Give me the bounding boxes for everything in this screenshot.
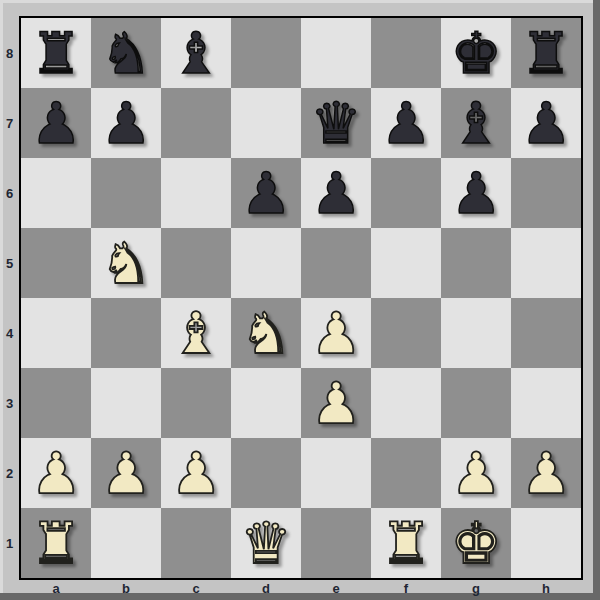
piece-black-bishop[interactable]: ♝ bbox=[450, 95, 501, 152]
rank-label-4: 4 bbox=[0, 298, 19, 368]
square-b1[interactable] bbox=[91, 508, 161, 578]
square-g2[interactable]: ♟ bbox=[441, 438, 511, 508]
square-c4[interactable]: ♝ bbox=[161, 298, 231, 368]
square-c6[interactable] bbox=[161, 158, 231, 228]
square-e5[interactable] bbox=[301, 228, 371, 298]
square-b8[interactable]: ♞ bbox=[91, 18, 161, 88]
square-a7[interactable]: ♟ bbox=[21, 88, 91, 158]
square-a8[interactable]: ♜ bbox=[21, 18, 91, 88]
square-e1[interactable] bbox=[301, 508, 371, 578]
square-d8[interactable] bbox=[231, 18, 301, 88]
square-e3[interactable]: ♟ bbox=[301, 368, 371, 438]
file-label-b: b bbox=[91, 580, 161, 597]
square-g5[interactable] bbox=[441, 228, 511, 298]
square-c3[interactable] bbox=[161, 368, 231, 438]
square-c7[interactable] bbox=[161, 88, 231, 158]
piece-black-queen[interactable]: ♛ bbox=[310, 95, 361, 152]
square-h6[interactable] bbox=[511, 158, 581, 228]
frame-shadow-right bbox=[593, 0, 600, 600]
frame-highlight-top bbox=[0, 0, 600, 3]
square-b5[interactable]: ♞ bbox=[91, 228, 161, 298]
square-e7[interactable]: ♛ bbox=[301, 88, 371, 158]
chess-board-window: 87654321 ♜♞♝♚♜♟♟♛♟♝♟♟♟♟♞♝♞♟♟♟♟♟♟♟♜♛♜♚ ab… bbox=[0, 0, 600, 600]
square-g3[interactable] bbox=[441, 368, 511, 438]
piece-black-pawn[interactable]: ♟ bbox=[30, 95, 81, 152]
square-c8[interactable]: ♝ bbox=[161, 18, 231, 88]
file-label-c: c bbox=[161, 580, 231, 597]
piece-white-pawn[interactable]: ♟ bbox=[520, 445, 571, 502]
piece-white-pawn[interactable]: ♟ bbox=[310, 375, 361, 432]
square-c5[interactable] bbox=[161, 228, 231, 298]
piece-white-rook[interactable]: ♜ bbox=[380, 515, 431, 572]
piece-white-bishop[interactable]: ♝ bbox=[170, 305, 221, 362]
square-a5[interactable] bbox=[21, 228, 91, 298]
rank-label-2: 2 bbox=[0, 438, 19, 508]
piece-white-pawn[interactable]: ♟ bbox=[100, 445, 151, 502]
square-a4[interactable] bbox=[21, 298, 91, 368]
piece-black-pawn[interactable]: ♟ bbox=[380, 95, 431, 152]
chess-board[interactable]: ♜♞♝♚♜♟♟♛♟♝♟♟♟♟♞♝♞♟♟♟♟♟♟♟♜♛♜♚ bbox=[19, 16, 583, 580]
square-a3[interactable] bbox=[21, 368, 91, 438]
square-g8[interactable]: ♚ bbox=[441, 18, 511, 88]
square-h7[interactable]: ♟ bbox=[511, 88, 581, 158]
square-g7[interactable]: ♝ bbox=[441, 88, 511, 158]
piece-white-pawn[interactable]: ♟ bbox=[30, 445, 81, 502]
square-f5[interactable] bbox=[371, 228, 441, 298]
square-h4[interactable] bbox=[511, 298, 581, 368]
file-label-f: f bbox=[371, 580, 441, 597]
square-b4[interactable] bbox=[91, 298, 161, 368]
rank-label-5: 5 bbox=[0, 228, 19, 298]
square-d4[interactable]: ♞ bbox=[231, 298, 301, 368]
rank-labels: 87654321 bbox=[0, 18, 19, 578]
square-g4[interactable] bbox=[441, 298, 511, 368]
piece-black-rook[interactable]: ♜ bbox=[520, 25, 571, 82]
square-a6[interactable] bbox=[21, 158, 91, 228]
square-d3[interactable] bbox=[231, 368, 301, 438]
square-d5[interactable] bbox=[231, 228, 301, 298]
square-b6[interactable] bbox=[91, 158, 161, 228]
square-h1[interactable] bbox=[511, 508, 581, 578]
piece-white-pawn[interactable]: ♟ bbox=[170, 445, 221, 502]
piece-white-king[interactable]: ♚ bbox=[450, 515, 501, 572]
square-a2[interactable]: ♟ bbox=[21, 438, 91, 508]
file-label-e: e bbox=[301, 580, 371, 597]
file-label-h: h bbox=[511, 580, 581, 597]
square-g6[interactable]: ♟ bbox=[441, 158, 511, 228]
square-e8[interactable] bbox=[301, 18, 371, 88]
square-f6[interactable] bbox=[371, 158, 441, 228]
piece-black-rook[interactable]: ♜ bbox=[30, 25, 81, 82]
piece-black-king[interactable]: ♚ bbox=[450, 25, 501, 82]
piece-black-pawn[interactable]: ♟ bbox=[240, 165, 291, 222]
rank-label-8: 8 bbox=[0, 18, 19, 88]
square-f3[interactable] bbox=[371, 368, 441, 438]
square-h3[interactable] bbox=[511, 368, 581, 438]
square-b2[interactable]: ♟ bbox=[91, 438, 161, 508]
rank-label-1: 1 bbox=[0, 508, 19, 578]
file-label-a: a bbox=[21, 580, 91, 597]
square-d2[interactable] bbox=[231, 438, 301, 508]
piece-white-pawn[interactable]: ♟ bbox=[310, 305, 361, 362]
square-c1[interactable] bbox=[161, 508, 231, 578]
rank-label-6: 6 bbox=[0, 158, 19, 228]
square-d6[interactable]: ♟ bbox=[231, 158, 301, 228]
square-a1[interactable]: ♜ bbox=[21, 508, 91, 578]
piece-white-knight[interactable]: ♞ bbox=[240, 305, 291, 362]
square-g1[interactable]: ♚ bbox=[441, 508, 511, 578]
rank-label-7: 7 bbox=[0, 88, 19, 158]
square-h5[interactable] bbox=[511, 228, 581, 298]
square-h8[interactable]: ♜ bbox=[511, 18, 581, 88]
piece-white-queen[interactable]: ♛ bbox=[240, 515, 291, 572]
square-d1[interactable]: ♛ bbox=[231, 508, 301, 578]
square-f2[interactable] bbox=[371, 438, 441, 508]
rank-label-3: 3 bbox=[0, 368, 19, 438]
piece-black-pawn[interactable]: ♟ bbox=[310, 165, 361, 222]
piece-white-rook[interactable]: ♜ bbox=[30, 515, 81, 572]
square-e6[interactable]: ♟ bbox=[301, 158, 371, 228]
square-f8[interactable] bbox=[371, 18, 441, 88]
square-b3[interactable] bbox=[91, 368, 161, 438]
piece-white-pawn[interactable]: ♟ bbox=[450, 445, 501, 502]
square-h2[interactable]: ♟ bbox=[511, 438, 581, 508]
square-b7[interactable]: ♟ bbox=[91, 88, 161, 158]
piece-black-pawn[interactable]: ♟ bbox=[100, 95, 151, 152]
square-f1[interactable]: ♜ bbox=[371, 508, 441, 578]
square-e4[interactable]: ♟ bbox=[301, 298, 371, 368]
piece-black-pawn[interactable]: ♟ bbox=[520, 95, 571, 152]
piece-white-knight[interactable]: ♞ bbox=[100, 235, 151, 292]
square-c2[interactable]: ♟ bbox=[161, 438, 231, 508]
square-d7[interactable] bbox=[231, 88, 301, 158]
file-labels: abcdefgh bbox=[21, 580, 581, 597]
piece-black-bishop[interactable]: ♝ bbox=[170, 25, 221, 82]
piece-black-pawn[interactable]: ♟ bbox=[450, 165, 501, 222]
piece-black-knight[interactable]: ♞ bbox=[100, 25, 151, 82]
square-e2[interactable] bbox=[301, 438, 371, 508]
file-label-g: g bbox=[441, 580, 511, 597]
square-f7[interactable]: ♟ bbox=[371, 88, 441, 158]
square-f4[interactable] bbox=[371, 298, 441, 368]
file-label-d: d bbox=[231, 580, 301, 597]
